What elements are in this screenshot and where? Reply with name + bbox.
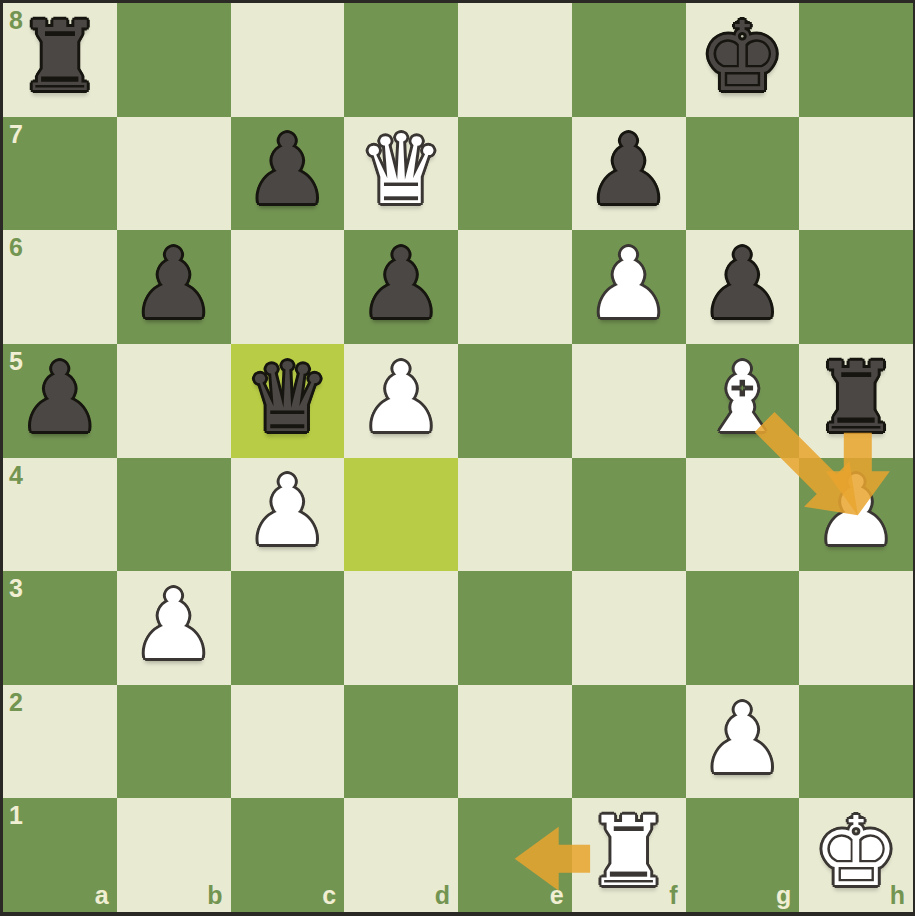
file-label-a: a (95, 881, 109, 910)
rank-label-3: 3 (9, 574, 23, 603)
black-king-g8[interactable]: ♚ (699, 9, 785, 105)
square-d2[interactable] (344, 685, 458, 799)
black-pawn-f7[interactable]: ♟ (586, 122, 672, 218)
square-f2[interactable] (572, 685, 686, 799)
rank-label-1: 1 (9, 801, 23, 830)
square-d5[interactable]: ♟ (344, 344, 458, 458)
file-label-e: e (550, 881, 564, 910)
file-label-g: g (776, 881, 791, 910)
square-c4[interactable]: ♟ (231, 458, 345, 572)
white-pawn-h4[interactable]: ♟ (813, 463, 899, 559)
square-a4[interactable]: 4 (3, 458, 117, 572)
black-queen-c5[interactable]: ♛ (244, 350, 330, 446)
square-d8[interactable] (344, 3, 458, 117)
white-pawn-f6[interactable]: ♟ (586, 236, 672, 332)
square-e6[interactable] (458, 230, 572, 344)
square-g4[interactable] (686, 458, 800, 572)
square-h5[interactable]: ♜ (799, 344, 913, 458)
rank-label-5: 5 (9, 347, 23, 376)
square-d6[interactable]: ♟ (344, 230, 458, 344)
square-b2[interactable] (117, 685, 231, 799)
rank-label-2: 2 (9, 688, 23, 717)
square-d1[interactable]: d (344, 798, 458, 912)
black-rook-h5[interactable]: ♜ (813, 350, 899, 446)
square-a1[interactable]: 1a (3, 798, 117, 912)
square-a2[interactable]: 2 (3, 685, 117, 799)
square-e8[interactable] (458, 3, 572, 117)
square-g5[interactable]: ♝ (686, 344, 800, 458)
square-a5[interactable]: 5♟ (3, 344, 117, 458)
square-b7[interactable] (117, 117, 231, 231)
square-g1[interactable]: g (686, 798, 800, 912)
square-f8[interactable] (572, 3, 686, 117)
square-f6[interactable]: ♟ (572, 230, 686, 344)
square-b1[interactable]: b (117, 798, 231, 912)
square-a6[interactable]: 6 (3, 230, 117, 344)
square-g7[interactable] (686, 117, 800, 231)
square-e3[interactable] (458, 571, 572, 685)
square-c5[interactable]: ♛ (231, 344, 345, 458)
square-b3[interactable]: ♟ (117, 571, 231, 685)
square-e2[interactable] (458, 685, 572, 799)
square-e5[interactable] (458, 344, 572, 458)
file-label-b: b (207, 881, 222, 910)
white-bishop-g5[interactable]: ♝ (699, 350, 785, 446)
square-b6[interactable]: ♟ (117, 230, 231, 344)
square-b5[interactable] (117, 344, 231, 458)
rank-label-7: 7 (9, 120, 23, 149)
square-b8[interactable] (117, 3, 231, 117)
square-g8[interactable]: ♚ (686, 3, 800, 117)
file-label-f: f (669, 881, 677, 910)
black-pawn-d6[interactable]: ♟ (358, 236, 444, 332)
square-c3[interactable] (231, 571, 345, 685)
black-rook-a8[interactable]: ♜ (17, 9, 103, 105)
square-c6[interactable] (231, 230, 345, 344)
rank-label-6: 6 (9, 233, 23, 262)
chess-board: 8♜♚7♟♛♟6♟♟♟♟5♟♛♟♝♜4♟♟3♟2♟1abcdef♜gh♚ (0, 0, 915, 916)
black-pawn-c7[interactable]: ♟ (244, 122, 330, 218)
black-pawn-b6[interactable]: ♟ (131, 236, 217, 332)
square-h8[interactable] (799, 3, 913, 117)
square-e1[interactable]: e (458, 798, 572, 912)
square-a7[interactable]: 7 (3, 117, 117, 231)
square-c1[interactable]: c (231, 798, 345, 912)
square-a3[interactable]: 3 (3, 571, 117, 685)
square-f1[interactable]: f♜ (572, 798, 686, 912)
square-c8[interactable] (231, 3, 345, 117)
board-grid: 8♜♚7♟♛♟6♟♟♟♟5♟♛♟♝♜4♟♟3♟2♟1abcdef♜gh♚ (3, 3, 913, 912)
square-h6[interactable] (799, 230, 913, 344)
square-d3[interactable] (344, 571, 458, 685)
square-d4[interactable] (344, 458, 458, 572)
square-h4[interactable]: ♟ (799, 458, 913, 572)
rank-label-4: 4 (9, 461, 23, 490)
white-queen-d7[interactable]: ♛ (358, 122, 444, 218)
square-f7[interactable]: ♟ (572, 117, 686, 231)
square-g2[interactable]: ♟ (686, 685, 800, 799)
square-h2[interactable] (799, 685, 913, 799)
square-f4[interactable] (572, 458, 686, 572)
square-d7[interactable]: ♛ (344, 117, 458, 231)
square-e7[interactable] (458, 117, 572, 231)
rank-label-8: 8 (9, 6, 23, 35)
white-pawn-g2[interactable]: ♟ (699, 691, 785, 787)
square-g3[interactable] (686, 571, 800, 685)
square-f5[interactable] (572, 344, 686, 458)
square-a8[interactable]: 8♜ (3, 3, 117, 117)
square-c7[interactable]: ♟ (231, 117, 345, 231)
white-pawn-b3[interactable]: ♟ (131, 577, 217, 673)
file-label-h: h (890, 881, 905, 910)
file-label-c: c (322, 881, 336, 910)
square-e4[interactable] (458, 458, 572, 572)
square-c2[interactable] (231, 685, 345, 799)
black-pawn-a5[interactable]: ♟ (17, 350, 103, 446)
square-g6[interactable]: ♟ (686, 230, 800, 344)
file-label-d: d (435, 881, 450, 910)
white-pawn-c4[interactable]: ♟ (244, 463, 330, 559)
square-b4[interactable] (117, 458, 231, 572)
square-f3[interactable] (572, 571, 686, 685)
white-king-h1[interactable]: ♚ (813, 804, 899, 900)
black-pawn-g6[interactable]: ♟ (699, 236, 785, 332)
white-pawn-d5[interactable]: ♟ (358, 350, 444, 446)
square-h3[interactable] (799, 571, 913, 685)
square-h7[interactable] (799, 117, 913, 231)
square-h1[interactable]: h♚ (799, 798, 913, 912)
white-rook-f1[interactable]: ♜ (586, 804, 672, 900)
